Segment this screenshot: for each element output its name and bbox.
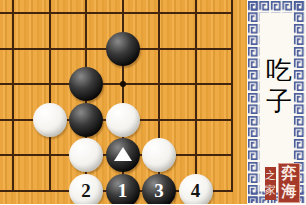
- stone-black: 3: [142, 174, 176, 205]
- grid-line-vertical: [49, 0, 51, 31]
- grid-line-vertical: [12, 66, 14, 102]
- side-panel: 吃 子 之 家 弈 海: [247, 0, 306, 204]
- grid-line-vertical: [195, 0, 197, 31]
- board-intersection[interactable]: [141, 0, 178, 31]
- board-intersection[interactable]: [68, 66, 105, 102]
- board-intersection[interactable]: [68, 102, 105, 138]
- board-intersection[interactable]: [104, 102, 141, 138]
- board-intersection[interactable]: [214, 0, 247, 31]
- grid-line-vertical: [85, 0, 87, 31]
- board-intersection[interactable]: [141, 137, 178, 173]
- board-intersection[interactable]: [0, 31, 31, 67]
- grid-line-vertical: [85, 31, 87, 67]
- board-intersection[interactable]: [68, 0, 105, 31]
- stone-white: 4: [179, 174, 213, 205]
- board-intersection[interactable]: [214, 31, 247, 67]
- grid-line-vertical: [231, 137, 233, 173]
- grid-line-vertical: [231, 102, 233, 138]
- seal-right-text: 弈 海: [278, 163, 300, 203]
- board-intersection[interactable]: 2: [68, 173, 105, 204]
- stone-black: [69, 67, 103, 101]
- grid-line-vertical: [49, 137, 51, 173]
- move-number-label: 3: [154, 181, 164, 200]
- stone-white: [106, 103, 140, 137]
- grid-line-horizontal: [0, 190, 31, 192]
- stone-white: [142, 138, 176, 172]
- grid-line-vertical: [231, 173, 233, 192]
- grid-line-vertical: [195, 31, 197, 67]
- board-intersection[interactable]: [177, 31, 214, 67]
- stone-white: [33, 103, 67, 137]
- grid-line-vertical: [158, 66, 160, 102]
- grid-line-vertical: [158, 0, 160, 31]
- board-intersection[interactable]: [31, 102, 68, 138]
- stone-black: 1: [106, 174, 140, 205]
- grid-line-horizontal: [0, 12, 31, 14]
- board-intersection[interactable]: 3: [141, 173, 178, 204]
- board-grid: 2134: [0, 0, 247, 204]
- grid-line-vertical: [158, 31, 160, 67]
- move-number-label: 4: [191, 181, 201, 200]
- board-intersection[interactable]: [31, 31, 68, 67]
- move-number-label: 1: [118, 181, 128, 200]
- board-intersection[interactable]: [214, 102, 247, 138]
- triangle-marker: [114, 147, 132, 161]
- grid-line-vertical: [122, 0, 124, 31]
- grid-line-vertical: [195, 137, 197, 173]
- grid-line-horizontal: [0, 154, 31, 156]
- board-intersection[interactable]: [104, 31, 141, 67]
- grid-line-vertical: [12, 102, 14, 138]
- grid-line-vertical: [195, 102, 197, 138]
- stone-black: [106, 32, 140, 66]
- grid-line-vertical: [12, 0, 14, 31]
- stone-black: [106, 138, 140, 172]
- stone-white: 2: [69, 174, 103, 205]
- board-intersection[interactable]: [141, 31, 178, 67]
- board-intersection[interactable]: 1: [104, 173, 141, 204]
- grid-line-horizontal: [0, 83, 31, 85]
- star-point: [120, 81, 126, 87]
- stone-white: [69, 138, 103, 172]
- board-intersection[interactable]: [141, 102, 178, 138]
- board-intersection[interactable]: [141, 66, 178, 102]
- board-intersection[interactable]: [31, 173, 68, 204]
- go-board: 2134: [0, 0, 247, 204]
- stone-black: [69, 103, 103, 137]
- grid-line-vertical: [49, 66, 51, 102]
- grid-line-vertical: [12, 137, 14, 173]
- lesson-title: 吃 子: [247, 55, 306, 117]
- grid-line-vertical: [158, 102, 160, 138]
- grid-line-horizontal: [0, 119, 31, 121]
- grid-line-vertical: [231, 31, 233, 67]
- board-intersection[interactable]: [177, 0, 214, 31]
- board-intersection[interactable]: [68, 31, 105, 67]
- grid-line-vertical: [12, 173, 14, 192]
- board-intersection[interactable]: [104, 66, 141, 102]
- seal: 之 家 弈 海: [265, 163, 300, 203]
- board-intersection[interactable]: [177, 66, 214, 102]
- board-intersection[interactable]: [31, 137, 68, 173]
- board-intersection[interactable]: [0, 66, 31, 102]
- board-intersection[interactable]: [214, 66, 247, 102]
- board-intersection[interactable]: [31, 66, 68, 102]
- board-intersection[interactable]: [214, 173, 247, 204]
- grid-line-vertical: [231, 0, 233, 31]
- board-intersection[interactable]: [0, 0, 31, 31]
- move-number-label: 2: [81, 181, 91, 200]
- grid-line-vertical: [231, 66, 233, 102]
- grid-line-vertical: [49, 173, 51, 192]
- board-intersection[interactable]: [177, 102, 214, 138]
- seal-left-text: 之 家: [265, 167, 276, 200]
- board-intersection[interactable]: [104, 0, 141, 31]
- board-intersection[interactable]: [68, 137, 105, 173]
- board-intersection[interactable]: [0, 137, 31, 173]
- grid-line-vertical: [195, 66, 197, 102]
- board-intersection[interactable]: [0, 173, 31, 204]
- grid-line-vertical: [12, 31, 14, 67]
- grid-line-vertical: [49, 31, 51, 67]
- board-intersection[interactable]: [177, 137, 214, 173]
- board-intersection[interactable]: [31, 0, 68, 31]
- board-intersection[interactable]: 4: [177, 173, 214, 204]
- board-intersection[interactable]: [0, 102, 31, 138]
- board-intersection[interactable]: [104, 137, 141, 173]
- grid-line-horizontal: [0, 48, 31, 50]
- screen: 2134 吃 子 之 家 弈 海: [0, 0, 306, 204]
- board-intersection[interactable]: [214, 137, 247, 173]
